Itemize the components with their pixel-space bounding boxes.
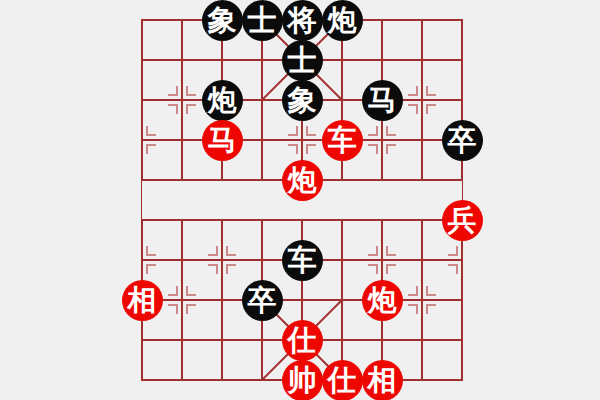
black-advisor-2[interactable]: 士 (282, 40, 323, 81)
black-advisor-1[interactable]: 士 (242, 0, 283, 41)
black-chariot-1[interactable]: 车 (282, 240, 323, 281)
red-general[interactable]: 帅 (282, 360, 323, 400)
pieces-layer: 象士将炮士炮象马马车卒炮兵车相卒炮仕帅仕相 (0, 0, 600, 400)
black-pawn-2[interactable]: 卒 (242, 280, 283, 321)
red-chariot-1[interactable]: 车 (322, 120, 363, 161)
black-elephant-1[interactable]: 象 (202, 0, 243, 41)
red-pawn-1[interactable]: 兵 (442, 200, 483, 241)
red-advisor-2[interactable]: 仕 (322, 360, 363, 400)
red-elephant-2[interactable]: 相 (362, 360, 403, 400)
black-horse-1[interactable]: 马 (362, 80, 403, 121)
black-elephant-2[interactable]: 象 (282, 80, 323, 121)
black-pawn-1[interactable]: 卒 (442, 120, 483, 161)
black-cannon-1[interactable]: 炮 (322, 0, 363, 41)
red-cannon-2[interactable]: 炮 (362, 280, 403, 321)
red-horse-1[interactable]: 马 (202, 120, 243, 161)
xiangqi-board[interactable]: 象士将炮士炮象马马车卒炮兵车相卒炮仕帅仕相 (0, 0, 600, 400)
red-elephant-1[interactable]: 相 (122, 280, 163, 321)
black-general[interactable]: 将 (282, 0, 323, 41)
red-advisor-1[interactable]: 仕 (282, 320, 323, 361)
red-cannon-1[interactable]: 炮 (282, 160, 323, 201)
black-cannon-2[interactable]: 炮 (202, 80, 243, 121)
